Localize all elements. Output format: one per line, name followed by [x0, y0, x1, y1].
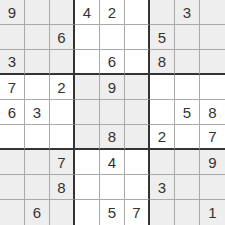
cell-r4c5[interactable]: 9 — [100, 75, 125, 100]
cell-r8c6[interactable] — [125, 175, 150, 200]
cell-r8c9[interactable] — [200, 175, 225, 200]
cell-r6c1[interactable] — [0, 125, 25, 150]
cell-r6c3[interactable] — [50, 125, 75, 150]
cell-r2c9[interactable] — [200, 25, 225, 50]
cell-r1c8[interactable]: 3 — [175, 0, 200, 25]
cell-r2c5[interactable] — [100, 25, 125, 50]
cell-r3c7[interactable]: 8 — [150, 50, 175, 75]
cell-r9c3[interactable] — [50, 200, 75, 225]
cell-r5c2[interactable]: 3 — [25, 100, 50, 125]
cell-r3c9[interactable] — [200, 50, 225, 75]
cell-r9c9[interactable]: 1 — [200, 200, 225, 225]
cell-r5c1[interactable]: 6 — [0, 100, 25, 125]
cell-r7c8[interactable] — [175, 150, 200, 175]
cell-r4c6[interactable] — [125, 75, 150, 100]
cell-r6c5[interactable]: 8 — [100, 125, 125, 150]
cell-r1c5[interactable]: 2 — [100, 0, 125, 25]
cell-r1c3[interactable] — [50, 0, 75, 25]
cell-r6c2[interactable] — [25, 125, 50, 150]
cell-r3c1[interactable]: 3 — [0, 50, 25, 75]
cell-r2c8[interactable] — [175, 25, 200, 50]
cell-r7c1[interactable] — [0, 150, 25, 175]
cell-r7c3[interactable]: 7 — [50, 150, 75, 175]
cell-r5c4[interactable] — [75, 100, 100, 125]
cell-r3c6[interactable] — [125, 50, 150, 75]
cell-r8c7[interactable]: 3 — [150, 175, 175, 200]
cell-r2c1[interactable] — [0, 25, 25, 50]
sudoku-board: 9423653687296358827749836571 — [0, 0, 225, 225]
cell-r7c5[interactable]: 4 — [100, 150, 125, 175]
cell-r3c2[interactable] — [25, 50, 50, 75]
cell-r5c9[interactable]: 8 — [200, 100, 225, 125]
cell-r1c4[interactable]: 4 — [75, 0, 100, 25]
cell-r8c1[interactable] — [0, 175, 25, 200]
cell-r9c6[interactable]: 7 — [125, 200, 150, 225]
cell-r6c4[interactable] — [75, 125, 100, 150]
cell-r5c5[interactable] — [100, 100, 125, 125]
cell-r1c6[interactable] — [125, 0, 150, 25]
cell-r7c9[interactable]: 9 — [200, 150, 225, 175]
cell-r6c6[interactable] — [125, 125, 150, 150]
cell-r1c1[interactable]: 9 — [0, 0, 25, 25]
cell-r8c2[interactable] — [25, 175, 50, 200]
cell-r2c7[interactable]: 5 — [150, 25, 175, 50]
cell-r5c8[interactable]: 5 — [175, 100, 200, 125]
cell-r9c7[interactable] — [150, 200, 175, 225]
cell-r5c3[interactable] — [50, 100, 75, 125]
cell-r9c8[interactable] — [175, 200, 200, 225]
cell-r2c3[interactable]: 6 — [50, 25, 75, 50]
cell-r8c5[interactable] — [100, 175, 125, 200]
cell-r7c7[interactable] — [150, 150, 175, 175]
cell-r3c5[interactable]: 6 — [100, 50, 125, 75]
cell-r4c8[interactable] — [175, 75, 200, 100]
cell-r3c3[interactable] — [50, 50, 75, 75]
cell-r6c8[interactable] — [175, 125, 200, 150]
cell-r2c4[interactable] — [75, 25, 100, 50]
cell-r4c4[interactable] — [75, 75, 100, 100]
cell-r8c8[interactable] — [175, 175, 200, 200]
cell-r7c6[interactable] — [125, 150, 150, 175]
cell-r4c2[interactable] — [25, 75, 50, 100]
cell-r7c2[interactable] — [25, 150, 50, 175]
cell-r4c3[interactable]: 2 — [50, 75, 75, 100]
cell-r1c9[interactable] — [200, 0, 225, 25]
cell-r4c9[interactable] — [200, 75, 225, 100]
cell-r1c2[interactable] — [25, 0, 50, 25]
cell-r1c7[interactable] — [150, 0, 175, 25]
cell-r7c4[interactable] — [75, 150, 100, 175]
cell-r2c2[interactable] — [25, 25, 50, 50]
cell-r5c7[interactable] — [150, 100, 175, 125]
cell-r9c2[interactable]: 6 — [25, 200, 50, 225]
cell-r9c4[interactable] — [75, 200, 100, 225]
cell-r3c4[interactable] — [75, 50, 100, 75]
cell-r3c8[interactable] — [175, 50, 200, 75]
cell-r8c3[interactable]: 8 — [50, 175, 75, 200]
cell-r2c6[interactable] — [125, 25, 150, 50]
cell-r5c6[interactable] — [125, 100, 150, 125]
cell-r6c9[interactable]: 7 — [200, 125, 225, 150]
cell-r8c4[interactable] — [75, 175, 100, 200]
cell-r9c1[interactable] — [0, 200, 25, 225]
cell-r4c1[interactable]: 7 — [0, 75, 25, 100]
cell-r4c7[interactable] — [150, 75, 175, 100]
cell-r9c5[interactable]: 5 — [100, 200, 125, 225]
cell-r6c7[interactable]: 2 — [150, 125, 175, 150]
